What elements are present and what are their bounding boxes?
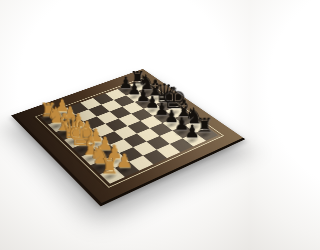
square-a7 <box>118 85 138 96</box>
square-d6 <box>131 109 153 121</box>
square-e6 <box>140 116 162 128</box>
square-a8 <box>130 80 150 90</box>
square-b7 <box>126 91 147 102</box>
square-b8 <box>138 87 159 98</box>
square-c7 <box>135 97 156 108</box>
square-c6 <box>122 102 143 114</box>
square-b6 <box>114 95 135 106</box>
square-a6 <box>105 89 126 100</box>
piece-black-pawn-h7: ♟ <box>181 105 204 140</box>
piece-white-rook-h1: ♜ <box>97 139 122 177</box>
chess-board: ♜♞♝♛♚♝♞♜♟♟♟♟♟♟♟♟♟♟♟♟♟♟♟♟♜♞♝♛♚♝♞♜ <box>11 69 245 206</box>
chess-set-photo: ♜♞♝♛♚♝♞♜♟♟♟♟♟♟♟♟♟♟♟♟♟♟♟♟♜♞♝♛♚♝♞♜ <box>0 0 250 250</box>
square-c8 <box>147 93 168 104</box>
square-d7 <box>144 104 166 116</box>
